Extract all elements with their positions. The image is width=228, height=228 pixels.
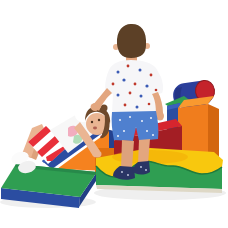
boy-shirt [105, 60, 163, 116]
product-photo [0, 0, 228, 228]
